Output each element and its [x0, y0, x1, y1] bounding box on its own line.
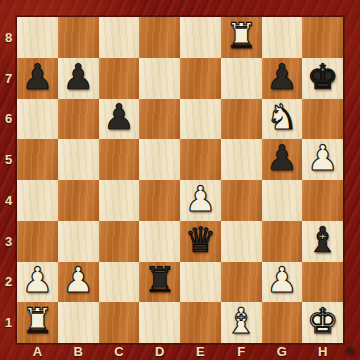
square-d4[interactable] — [139, 180, 180, 221]
file-label-f: F — [221, 343, 262, 360]
square-b6[interactable] — [58, 99, 99, 140]
square-d5[interactable] — [139, 139, 180, 180]
square-b3[interactable] — [58, 221, 99, 262]
piece-white-p-g2: ♟ — [266, 263, 297, 298]
square-f5[interactable] — [221, 139, 262, 180]
file-label-b: B — [58, 343, 99, 360]
square-e8[interactable] — [180, 17, 221, 58]
piece-black-p-b7: ♟ — [62, 60, 93, 95]
rank-label-8: 8 — [0, 17, 17, 58]
square-b2[interactable]: ♟ — [58, 262, 99, 303]
piece-black-k-h7: ♚ — [307, 60, 338, 95]
rank-labels: 87654321 — [0, 17, 17, 343]
piece-black-p-g5: ♟ — [266, 141, 297, 176]
square-h6[interactable] — [302, 99, 343, 140]
square-d3[interactable] — [139, 221, 180, 262]
square-f7[interactable] — [221, 58, 262, 99]
square-h8[interactable] — [302, 17, 343, 58]
square-e4[interactable]: ♟ — [180, 180, 221, 221]
square-d1[interactable] — [139, 302, 180, 343]
square-a8[interactable] — [17, 17, 58, 58]
square-c6[interactable]: ♟ — [99, 99, 140, 140]
square-b5[interactable] — [58, 139, 99, 180]
square-f6[interactable] — [221, 99, 262, 140]
square-c4[interactable] — [99, 180, 140, 221]
piece-white-n-g6: ♞ — [266, 100, 297, 135]
square-g1[interactable] — [262, 302, 303, 343]
piece-white-p-h5: ♟ — [307, 141, 338, 176]
square-d8[interactable] — [139, 17, 180, 58]
piece-black-r-d2: ♜ — [144, 263, 175, 298]
file-label-g: G — [262, 343, 303, 360]
rank-label-5: 5 — [0, 139, 17, 180]
rank-label-2: 2 — [0, 262, 17, 303]
square-h2[interactable] — [302, 262, 343, 303]
square-h3[interactable]: ♝ — [302, 221, 343, 262]
square-f4[interactable] — [221, 180, 262, 221]
file-labels: ABCDEFGH — [17, 343, 343, 360]
piece-white-r-f8: ♜ — [225, 19, 256, 54]
piece-white-p-a2: ♟ — [22, 263, 53, 298]
square-a1[interactable]: ♜ — [17, 302, 58, 343]
square-b8[interactable] — [58, 17, 99, 58]
square-a4[interactable] — [17, 180, 58, 221]
square-h1[interactable]: ♚ — [302, 302, 343, 343]
file-label-c: C — [99, 343, 140, 360]
rank-label-7: 7 — [0, 58, 17, 99]
square-b4[interactable] — [58, 180, 99, 221]
square-d2[interactable]: ♜ — [139, 262, 180, 303]
rank-label-1: 1 — [0, 302, 17, 343]
square-c5[interactable] — [99, 139, 140, 180]
square-a7[interactable]: ♟ — [17, 58, 58, 99]
piece-black-q-e3: ♛ — [185, 223, 216, 258]
piece-white-r-a1: ♜ — [22, 304, 53, 339]
square-c1[interactable] — [99, 302, 140, 343]
file-label-d: D — [139, 343, 180, 360]
rank-label-4: 4 — [0, 180, 17, 221]
square-f1[interactable]: ♝ — [221, 302, 262, 343]
square-a5[interactable] — [17, 139, 58, 180]
square-h5[interactable]: ♟ — [302, 139, 343, 180]
square-g6[interactable]: ♞ — [262, 99, 303, 140]
square-c7[interactable] — [99, 58, 140, 99]
square-g8[interactable] — [262, 17, 303, 58]
square-e6[interactable] — [180, 99, 221, 140]
square-c3[interactable] — [99, 221, 140, 262]
chess-diagram: 87654321 ♜♟♟♟♚♟♞♟♟♟♛♝♟♟♜♟♜♝♚ ABCDEFGH — [0, 0, 360, 360]
file-label-e: E — [180, 343, 221, 360]
square-g2[interactable]: ♟ — [262, 262, 303, 303]
square-f2[interactable] — [221, 262, 262, 303]
square-g3[interactable] — [262, 221, 303, 262]
square-e7[interactable] — [180, 58, 221, 99]
corner-dot-watermark — [344, 345, 357, 358]
square-h7[interactable]: ♚ — [302, 58, 343, 99]
square-g4[interactable] — [262, 180, 303, 221]
square-a3[interactable] — [17, 221, 58, 262]
rank-label-3: 3 — [0, 221, 17, 262]
square-e3[interactable]: ♛ — [180, 221, 221, 262]
file-label-a: A — [17, 343, 58, 360]
piece-black-p-a7: ♟ — [22, 60, 53, 95]
square-a6[interactable] — [17, 99, 58, 140]
square-d7[interactable] — [139, 58, 180, 99]
square-e1[interactable] — [180, 302, 221, 343]
square-b1[interactable] — [58, 302, 99, 343]
piece-white-b-f1: ♝ — [225, 304, 256, 339]
square-g5[interactable]: ♟ — [262, 139, 303, 180]
piece-white-p-e4: ♟ — [185, 182, 216, 217]
piece-black-p-g7: ♟ — [266, 60, 297, 95]
piece-black-p-c6: ♟ — [103, 100, 134, 135]
square-c8[interactable] — [99, 17, 140, 58]
square-h4[interactable] — [302, 180, 343, 221]
square-d6[interactable] — [139, 99, 180, 140]
square-b7[interactable]: ♟ — [58, 58, 99, 99]
piece-black-b-h3: ♝ — [307, 223, 338, 258]
square-f3[interactable] — [221, 221, 262, 262]
square-a2[interactable]: ♟ — [17, 262, 58, 303]
piece-white-k-h1: ♚ — [307, 304, 338, 339]
square-f8[interactable]: ♜ — [221, 17, 262, 58]
chess-board: ♜♟♟♟♚♟♞♟♟♟♛♝♟♟♜♟♜♝♚ — [17, 17, 343, 343]
piece-white-p-b2: ♟ — [62, 263, 93, 298]
square-e5[interactable] — [180, 139, 221, 180]
rank-label-6: 6 — [0, 99, 17, 140]
square-c2[interactable] — [99, 262, 140, 303]
square-e2[interactable] — [180, 262, 221, 303]
file-label-h: H — [302, 343, 343, 360]
square-g7[interactable]: ♟ — [262, 58, 303, 99]
